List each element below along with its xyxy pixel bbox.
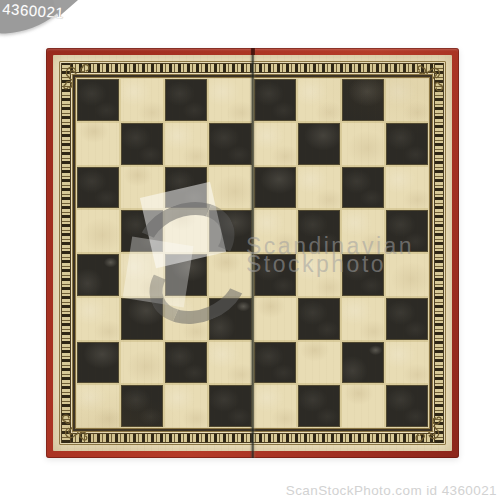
board-square-a2[interactable] [77, 342, 119, 384]
board-square-a1[interactable] [77, 385, 119, 427]
board-square-h8[interactable] [386, 79, 428, 121]
board-square-d5[interactable] [209, 210, 251, 252]
board-square-c8[interactable] [165, 79, 207, 121]
board-square-f3[interactable] [298, 298, 340, 340]
board-square-e1[interactable] [254, 385, 296, 427]
board-square-f4[interactable] [298, 254, 340, 296]
board-square-h1[interactable] [386, 385, 428, 427]
board-square-b5[interactable] [121, 210, 163, 252]
board-square-c2[interactable] [165, 342, 207, 384]
board-square-d3[interactable] [209, 298, 251, 340]
board-square-a6[interactable] [77, 167, 119, 209]
board-square-d6[interactable] [209, 167, 251, 209]
board-square-h2[interactable] [386, 342, 428, 384]
board-square-f2[interactable] [298, 342, 340, 384]
watermark-image-id: 4360021 [2, 0, 65, 21]
board-face [53, 55, 452, 451]
photo-background: 4360021 Scandinavian Stockphoto ScanStoc… [0, 0, 499, 500]
board-square-f1[interactable] [298, 385, 340, 427]
board-square-f7[interactable] [298, 123, 340, 165]
board-square-c1[interactable] [165, 385, 207, 427]
board-square-b1[interactable] [121, 385, 163, 427]
board-square-g8[interactable] [342, 79, 384, 121]
board-square-e7[interactable] [254, 123, 296, 165]
board-square-e6[interactable] [254, 167, 296, 209]
board-square-g3[interactable] [342, 298, 384, 340]
board-square-a4[interactable] [77, 254, 119, 296]
board-square-c5[interactable] [165, 210, 207, 252]
board-square-g4[interactable] [342, 254, 384, 296]
board-square-h5[interactable] [386, 210, 428, 252]
board-square-h6[interactable] [386, 167, 428, 209]
checkerboard-grid [77, 79, 428, 427]
board-square-e4[interactable] [254, 254, 296, 296]
watermark-logo-swoosh [0, 0, 77, 35]
board-square-h4[interactable] [386, 254, 428, 296]
board-square-g7[interactable] [342, 123, 384, 165]
board-square-e2[interactable] [254, 342, 296, 384]
board-square-h7[interactable] [386, 123, 428, 165]
board-square-g2[interactable] [342, 342, 384, 384]
board-square-c3[interactable] [165, 298, 207, 340]
board-square-b8[interactable] [121, 79, 163, 121]
beaded-border-bottom [61, 433, 444, 443]
board-square-h3[interactable] [386, 298, 428, 340]
board-square-d7[interactable] [209, 123, 251, 165]
playing-area-frame [77, 79, 428, 427]
board-square-e8[interactable] [254, 79, 296, 121]
board-square-g1[interactable] [342, 385, 384, 427]
board-square-b6[interactable] [121, 167, 163, 209]
watermark-logo-swoosh-tip [53, 0, 78, 19]
board-square-g6[interactable] [342, 167, 384, 209]
board-square-c7[interactable] [165, 123, 207, 165]
beaded-border-right [434, 63, 444, 443]
game-board [46, 48, 459, 458]
beaded-border-left [61, 63, 71, 443]
board-square-d2[interactable] [209, 342, 251, 384]
board-square-a7[interactable] [77, 123, 119, 165]
board-square-a8[interactable] [77, 79, 119, 121]
board-square-c4[interactable] [165, 254, 207, 296]
board-square-f8[interactable] [298, 79, 340, 121]
board-square-c6[interactable] [165, 167, 207, 209]
board-square-a5[interactable] [77, 210, 119, 252]
board-square-d1[interactable] [209, 385, 251, 427]
board-square-b2[interactable] [121, 342, 163, 384]
beaded-border-top [61, 63, 444, 73]
watermark-bottom-credit: ScanStockPhoto.com id 4360021 [286, 483, 497, 498]
board-square-b7[interactable] [121, 123, 163, 165]
board-square-f5[interactable] [298, 210, 340, 252]
board-square-d4[interactable] [209, 254, 251, 296]
board-square-b4[interactable] [121, 254, 163, 296]
board-square-f6[interactable] [298, 167, 340, 209]
board-square-d8[interactable] [209, 79, 251, 121]
board-square-e5[interactable] [254, 210, 296, 252]
board-square-g5[interactable] [342, 210, 384, 252]
board-square-a3[interactable] [77, 298, 119, 340]
board-square-e3[interactable] [254, 298, 296, 340]
board-square-b3[interactable] [121, 298, 163, 340]
